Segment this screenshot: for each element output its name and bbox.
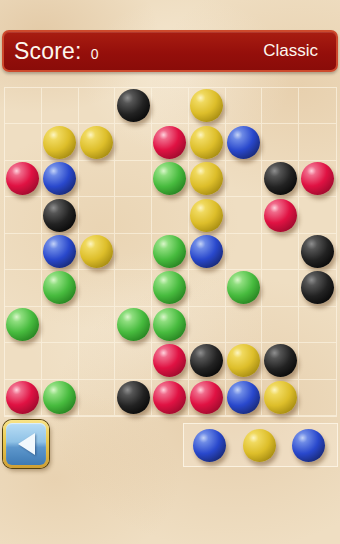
board-cell-6-2[interactable]: [42, 270, 79, 306]
board-cell-2-5[interactable]: [152, 124, 189, 160]
ball-red[interactable]: [6, 162, 39, 195]
board-cell-4-7[interactable]: [226, 197, 263, 233]
ball-green[interactable]: [153, 162, 186, 195]
board-cell-5-5[interactable]: [152, 234, 189, 270]
board-cell-9-2[interactable]: [42, 380, 79, 416]
board-cell-1-5[interactable]: [152, 88, 189, 124]
board-cell-4-1[interactable]: [5, 197, 42, 233]
board-cell-8-9[interactable]: [299, 343, 336, 379]
ball-yellow[interactable]: [190, 89, 223, 122]
ball-black[interactable]: [117, 89, 150, 122]
ball-black[interactable]: [43, 199, 76, 232]
ball-blue[interactable]: [227, 126, 260, 159]
board-cell-9-1[interactable]: [5, 380, 42, 416]
ball-yellow[interactable]: [190, 199, 223, 232]
board-cell-6-4[interactable]: [115, 270, 152, 306]
board-cell-8-7[interactable]: [226, 343, 263, 379]
board-cell-1-4[interactable]: [115, 88, 152, 124]
board-cell-7-9[interactable]: [299, 307, 336, 343]
board-cell-8-6[interactable]: [189, 343, 226, 379]
game-screen: Score: 0 Classic: [0, 0, 340, 544]
board-cell-7-1[interactable]: [5, 307, 42, 343]
board-cell-8-2[interactable]: [42, 343, 79, 379]
board-cell-6-1[interactable]: [5, 270, 42, 306]
ball-yellow[interactable]: [43, 126, 76, 159]
board-cell-6-3[interactable]: [79, 270, 116, 306]
score-bar: Score: 0 Classic: [2, 30, 338, 72]
board-cell-3-3[interactable]: [79, 161, 116, 197]
board-cell-8-8[interactable]: [262, 343, 299, 379]
board-cell-4-9[interactable]: [299, 197, 336, 233]
board-cell-4-3[interactable]: [79, 197, 116, 233]
score-group: Score: 0: [14, 38, 98, 65]
board-cell-3-4[interactable]: [115, 161, 152, 197]
back-button-face: [6, 423, 46, 465]
board-cell-5-7[interactable]: [226, 234, 263, 270]
score-value: 0: [91, 46, 99, 62]
board-cell-6-7[interactable]: [226, 270, 263, 306]
board-cell-5-3[interactable]: [79, 234, 116, 270]
ball-blue[interactable]: [227, 381, 260, 414]
ball-red[interactable]: [264, 199, 297, 232]
game-board: [4, 87, 337, 417]
next-balls-tray: [183, 423, 338, 467]
board-cell-7-6[interactable]: [189, 307, 226, 343]
board-cell-1-3[interactable]: [79, 88, 116, 124]
board-cell-7-3[interactable]: [79, 307, 116, 343]
board-cell-9-8[interactable]: [262, 380, 299, 416]
ball-yellow[interactable]: [80, 235, 113, 268]
board-cell-2-1[interactable]: [5, 124, 42, 160]
ball-green[interactable]: [43, 271, 76, 304]
board-cell-4-2[interactable]: [42, 197, 79, 233]
board-cell-8-1[interactable]: [5, 343, 42, 379]
board-cell-3-2[interactable]: [42, 161, 79, 197]
board-cell-4-5[interactable]: [152, 197, 189, 233]
board-cell-7-7[interactable]: [226, 307, 263, 343]
ball-red[interactable]: [190, 381, 223, 414]
ball-yellow[interactable]: [190, 126, 223, 159]
ball-black[interactable]: [301, 235, 334, 268]
board-cell-1-2[interactable]: [42, 88, 79, 124]
board-cell-1-8[interactable]: [262, 88, 299, 124]
ball-yellow[interactable]: [190, 162, 223, 195]
mode-label: Classic: [263, 41, 318, 61]
board-cell-6-6[interactable]: [189, 270, 226, 306]
board-cell-2-9[interactable]: [299, 124, 336, 160]
board-cell-6-8[interactable]: [262, 270, 299, 306]
board-cell-5-9[interactable]: [299, 234, 336, 270]
ball-black[interactable]: [301, 271, 334, 304]
board-cell-5-6[interactable]: [189, 234, 226, 270]
next-ball-blue: [292, 429, 325, 462]
ball-green[interactable]: [6, 308, 39, 341]
board-cell-8-4[interactable]: [115, 343, 152, 379]
ball-green[interactable]: [153, 308, 186, 341]
board-cell-9-9[interactable]: [299, 380, 336, 416]
board-cell-5-1[interactable]: [5, 234, 42, 270]
board-cell-1-7[interactable]: [226, 88, 263, 124]
ball-red[interactable]: [153, 381, 186, 414]
score-label: Score:: [14, 38, 82, 65]
board-cell-7-2[interactable]: [42, 307, 79, 343]
next-ball-yellow: [243, 429, 276, 462]
next-ball-blue: [193, 429, 226, 462]
board-cell-2-2[interactable]: [42, 124, 79, 160]
board-cell-3-6[interactable]: [189, 161, 226, 197]
ball-yellow[interactable]: [80, 126, 113, 159]
board-cell-3-1[interactable]: [5, 161, 42, 197]
board-cell-6-5[interactable]: [152, 270, 189, 306]
board-cell-3-9[interactable]: [299, 161, 336, 197]
board-cell-6-9[interactable]: [299, 270, 336, 306]
board-cell-3-5[interactable]: [152, 161, 189, 197]
ball-green[interactable]: [153, 235, 186, 268]
board-cell-7-4[interactable]: [115, 307, 152, 343]
ball-green[interactable]: [227, 271, 260, 304]
board-cell-8-3[interactable]: [79, 343, 116, 379]
board-cell-1-1[interactable]: [5, 88, 42, 124]
board-cell-5-8[interactable]: [262, 234, 299, 270]
back-arrow-icon: [18, 433, 35, 455]
board-cell-5-4[interactable]: [115, 234, 152, 270]
board-cell-3-7[interactable]: [226, 161, 263, 197]
ball-black[interactable]: [117, 381, 150, 414]
back-button[interactable]: [3, 420, 49, 468]
board-cell-9-7[interactable]: [226, 380, 263, 416]
board-cell-3-8[interactable]: [262, 161, 299, 197]
board-cell-4-6[interactable]: [189, 197, 226, 233]
board-cell-8-5[interactable]: [152, 343, 189, 379]
board-cell-2-3[interactable]: [79, 124, 116, 160]
board-cell-9-5[interactable]: [152, 380, 189, 416]
ball-black[interactable]: [264, 344, 297, 377]
ball-black[interactable]: [264, 162, 297, 195]
ball-yellow[interactable]: [264, 381, 297, 414]
board-cell-9-6[interactable]: [189, 380, 226, 416]
board-cell-1-9[interactable]: [299, 88, 336, 124]
board-cell-4-8[interactable]: [262, 197, 299, 233]
board-cell-5-2[interactable]: [42, 234, 79, 270]
ball-green[interactable]: [43, 381, 76, 414]
ball-blue[interactable]: [190, 235, 223, 268]
board-cell-2-4[interactable]: [115, 124, 152, 160]
board-cell-7-5[interactable]: [152, 307, 189, 343]
board-cell-4-4[interactable]: [115, 197, 152, 233]
board-cell-2-8[interactable]: [262, 124, 299, 160]
ball-green[interactable]: [117, 308, 150, 341]
board-cell-9-3[interactable]: [79, 380, 116, 416]
ball-blue[interactable]: [43, 162, 76, 195]
ball-red[interactable]: [6, 381, 39, 414]
ball-green[interactable]: [153, 271, 186, 304]
ball-yellow[interactable]: [227, 344, 260, 377]
board-cell-7-8[interactable]: [262, 307, 299, 343]
board-cell-2-6[interactable]: [189, 124, 226, 160]
ball-black[interactable]: [190, 344, 223, 377]
ball-blue[interactable]: [43, 235, 76, 268]
ball-red[interactable]: [153, 344, 186, 377]
ball-red[interactable]: [301, 162, 334, 195]
board-cell-9-4[interactable]: [115, 380, 152, 416]
board-cell-2-7[interactable]: [226, 124, 263, 160]
board-cell-1-6[interactable]: [189, 88, 226, 124]
ball-red[interactable]: [153, 126, 186, 159]
